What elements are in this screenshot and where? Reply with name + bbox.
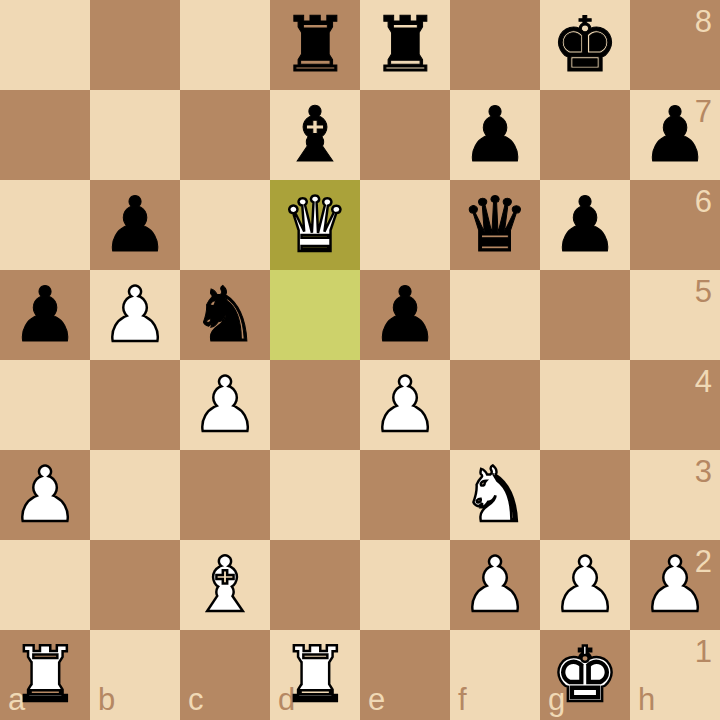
- coord-rank-5: 5: [695, 276, 712, 307]
- square-g4[interactable]: [540, 360, 630, 450]
- square-a2[interactable]: [0, 540, 90, 630]
- square-e1[interactable]: e: [360, 630, 450, 720]
- piece-white-pawn-h2[interactable]: ♟: [641, 540, 709, 630]
- square-d6[interactable]: ♛: [270, 180, 360, 270]
- piece-black-pawn-g6[interactable]: ♟: [551, 180, 619, 270]
- square-h4[interactable]: 4: [630, 360, 720, 450]
- square-b5[interactable]: ♟: [90, 270, 180, 360]
- piece-white-pawn-e4[interactable]: ♟: [371, 360, 439, 450]
- square-a4[interactable]: [0, 360, 90, 450]
- square-b2[interactable]: [90, 540, 180, 630]
- coord-rank-8: 8: [695, 6, 712, 37]
- square-b3[interactable]: [90, 450, 180, 540]
- piece-black-pawn-e5[interactable]: ♟: [371, 270, 439, 360]
- square-e2[interactable]: [360, 540, 450, 630]
- piece-black-pawn-h7[interactable]: ♟: [641, 90, 709, 180]
- square-f7[interactable]: ♟: [450, 90, 540, 180]
- square-c5[interactable]: ♞: [180, 270, 270, 360]
- piece-white-rook-a1[interactable]: ♜: [11, 630, 79, 720]
- square-d3[interactable]: [270, 450, 360, 540]
- square-b1[interactable]: b: [90, 630, 180, 720]
- square-h7[interactable]: ♟7: [630, 90, 720, 180]
- square-d2[interactable]: [270, 540, 360, 630]
- square-f2[interactable]: ♟: [450, 540, 540, 630]
- square-b7[interactable]: [90, 90, 180, 180]
- piece-white-bishop-c2[interactable]: ♝: [191, 540, 259, 630]
- piece-white-pawn-c4[interactable]: ♟: [191, 360, 259, 450]
- square-d5[interactable]: [270, 270, 360, 360]
- square-f3[interactable]: ♞: [450, 450, 540, 540]
- square-a3[interactable]: ♟: [0, 450, 90, 540]
- piece-white-pawn-b5[interactable]: ♟: [101, 270, 169, 360]
- chess-board: ♜♜♚8♝♟♟7♟♛♛♟6♟♟♞♟5♟♟4♟♞3♝♟♟♟2♜abc♜def♚g1…: [0, 0, 720, 720]
- square-e8[interactable]: ♜: [360, 0, 450, 90]
- piece-white-rook-d1[interactable]: ♜: [281, 630, 349, 720]
- square-h6[interactable]: 6: [630, 180, 720, 270]
- piece-black-pawn-a5[interactable]: ♟: [11, 270, 79, 360]
- square-h3[interactable]: 3: [630, 450, 720, 540]
- square-e7[interactable]: [360, 90, 450, 180]
- square-a6[interactable]: [0, 180, 90, 270]
- square-g7[interactable]: [540, 90, 630, 180]
- square-d8[interactable]: ♜: [270, 0, 360, 90]
- piece-black-queen-f6[interactable]: ♛: [461, 180, 529, 270]
- coord-file-f: f: [458, 684, 467, 715]
- square-g6[interactable]: ♟: [540, 180, 630, 270]
- square-c6[interactable]: [180, 180, 270, 270]
- coord-rank-6: 6: [695, 186, 712, 217]
- square-f4[interactable]: [450, 360, 540, 450]
- piece-black-rook-d8[interactable]: ♜: [281, 0, 349, 90]
- piece-white-pawn-g2[interactable]: ♟: [551, 540, 619, 630]
- square-f8[interactable]: [450, 0, 540, 90]
- square-h1[interactable]: 1h: [630, 630, 720, 720]
- square-h2[interactable]: ♟2: [630, 540, 720, 630]
- square-e6[interactable]: [360, 180, 450, 270]
- square-h8[interactable]: 8: [630, 0, 720, 90]
- square-c3[interactable]: [180, 450, 270, 540]
- square-e5[interactable]: ♟: [360, 270, 450, 360]
- square-b4[interactable]: [90, 360, 180, 450]
- square-a1[interactable]: ♜a: [0, 630, 90, 720]
- piece-white-pawn-f2[interactable]: ♟: [461, 540, 529, 630]
- square-c8[interactable]: [180, 0, 270, 90]
- coord-rank-4: 4: [695, 366, 712, 397]
- square-h5[interactable]: 5: [630, 270, 720, 360]
- piece-black-king-g8[interactable]: ♚: [551, 0, 619, 90]
- square-b6[interactable]: ♟: [90, 180, 180, 270]
- piece-black-pawn-f7[interactable]: ♟: [461, 90, 529, 180]
- coord-file-c: c: [188, 684, 204, 715]
- coord-rank-1: 1: [695, 636, 712, 667]
- square-e3[interactable]: [360, 450, 450, 540]
- square-d4[interactable]: [270, 360, 360, 450]
- square-f1[interactable]: f: [450, 630, 540, 720]
- coord-file-h: h: [638, 684, 655, 715]
- square-c4[interactable]: ♟: [180, 360, 270, 450]
- square-b8[interactable]: [90, 0, 180, 90]
- piece-white-king-g1[interactable]: ♚: [551, 630, 619, 720]
- square-g5[interactable]: [540, 270, 630, 360]
- piece-white-queen-d6[interactable]: ♛: [281, 180, 349, 270]
- square-d7[interactable]: ♝: [270, 90, 360, 180]
- square-f6[interactable]: ♛: [450, 180, 540, 270]
- piece-white-pawn-a3[interactable]: ♟: [11, 450, 79, 540]
- square-c1[interactable]: c: [180, 630, 270, 720]
- piece-white-knight-f3[interactable]: ♞: [461, 450, 529, 540]
- square-g3[interactable]: [540, 450, 630, 540]
- square-c2[interactable]: ♝: [180, 540, 270, 630]
- square-g2[interactable]: ♟: [540, 540, 630, 630]
- coord-rank-3: 3: [695, 456, 712, 487]
- square-c7[interactable]: [180, 90, 270, 180]
- piece-black-pawn-b6[interactable]: ♟: [101, 180, 169, 270]
- square-a8[interactable]: [0, 0, 90, 90]
- square-g1[interactable]: ♚g: [540, 630, 630, 720]
- coord-file-e: e: [368, 684, 385, 715]
- square-f5[interactable]: [450, 270, 540, 360]
- piece-black-bishop-d7[interactable]: ♝: [281, 90, 349, 180]
- coord-file-b: b: [98, 684, 115, 715]
- square-d1[interactable]: ♜d: [270, 630, 360, 720]
- piece-black-rook-e8[interactable]: ♜: [371, 0, 439, 90]
- square-g8[interactable]: ♚: [540, 0, 630, 90]
- square-e4[interactable]: ♟: [360, 360, 450, 450]
- square-a7[interactable]: [0, 90, 90, 180]
- square-a5[interactable]: ♟: [0, 270, 90, 360]
- chess-board-container: ♜♜♚8♝♟♟7♟♛♛♟6♟♟♞♟5♟♟4♟♞3♝♟♟♟2♜abc♜def♚g1…: [0, 0, 720, 720]
- piece-black-knight-c5[interactable]: ♞: [191, 270, 259, 360]
